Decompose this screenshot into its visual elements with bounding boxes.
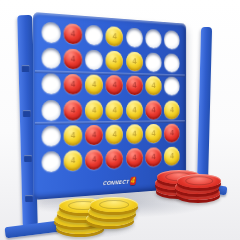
hole: 4 [145, 124, 161, 143]
hole: 4 [85, 150, 103, 171]
red-disc: 4 [64, 100, 83, 120]
yellow-disc: 4 [85, 100, 103, 120]
cell-r3c1 [40, 71, 62, 97]
red-disc: 4 [164, 124, 180, 143]
hole: 4 [64, 48, 83, 69]
cell-r1c1 [40, 18, 62, 45]
cell-r2c3 [84, 47, 105, 73]
cell-r3c5: 4 [125, 73, 144, 98]
hole: 4 [106, 149, 123, 169]
cell-r5c3: 4 [84, 122, 105, 148]
empty-hole [41, 100, 60, 121]
hole: 4 [145, 100, 161, 119]
connect-four-logo: CONNECT 4 [102, 177, 136, 188]
cell-r2c6 [144, 50, 163, 74]
hole: 4 [85, 75, 103, 95]
hole: 4 [126, 51, 143, 71]
hole: 4 [85, 100, 103, 120]
red-disc: 4 [145, 147, 161, 167]
empty-hole [164, 53, 180, 72]
board-grid: 4444444444444444444444444444 [40, 18, 181, 175]
hole: 4 [126, 76, 143, 96]
red-disc: 4 [106, 149, 123, 169]
hole: 4 [106, 125, 123, 145]
red-disc: 4 [126, 148, 143, 168]
product-photo-connect-four: 4444444444444444444444444444 CONNECT 4 [0, 0, 240, 240]
cell-r4c1 [40, 97, 62, 123]
cell-r3c4: 4 [105, 73, 125, 98]
cell-r2c5: 4 [125, 49, 144, 74]
hole: 4 [145, 147, 161, 167]
red-disc: 4 [64, 23, 83, 44]
empty-hole [41, 21, 60, 43]
cell-r2c2: 4 [62, 46, 84, 72]
hole: 4 [126, 124, 143, 144]
cell-r2c4: 4 [105, 48, 125, 73]
yellow-disc: 4 [106, 50, 123, 70]
cell-r1c2: 4 [62, 20, 84, 47]
cell-r6c3: 4 [84, 147, 105, 173]
cell-r6c1 [40, 149, 62, 176]
cell-r4c2: 4 [62, 97, 84, 123]
empty-hole [85, 49, 103, 70]
yellow-disc: 4 [106, 125, 123, 145]
cell-r1c7 [163, 27, 181, 51]
cell-r6c6: 4 [144, 145, 163, 170]
yellow-disc: 4 [106, 26, 123, 47]
cell-r6c7: 4 [163, 144, 181, 168]
yellow-tray-disc [90, 197, 138, 212]
cell-r4c7: 4 [163, 98, 181, 122]
red-disc: 4 [126, 76, 143, 96]
empty-hole [85, 24, 103, 45]
yellow-disc: 4 [64, 125, 83, 146]
cell-r4c6: 4 [144, 98, 163, 122]
red-disc: 4 [145, 100, 161, 119]
yellow-disc: 4 [106, 100, 123, 120]
hole: 4 [64, 125, 83, 146]
disc-emboss-ring [99, 200, 129, 210]
hole: 4 [106, 26, 123, 47]
leg-notch [24, 155, 32, 162]
yellow-disc: 4 [64, 150, 83, 171]
cell-r2c7 [163, 51, 181, 75]
cell-r5c5: 4 [125, 122, 144, 147]
empty-hole [41, 126, 60, 147]
yellow-disc: 4 [145, 124, 161, 143]
cell-r1c5 [125, 25, 144, 50]
cell-r3c7 [163, 74, 181, 98]
cell-r5c4: 4 [105, 122, 125, 147]
cell-r1c4: 4 [105, 23, 125, 49]
cell-r4c4: 4 [105, 98, 125, 123]
cell-r3c6: 4 [144, 74, 163, 98]
leg-notch [23, 110, 31, 117]
empty-hole [145, 28, 161, 48]
right-leg-post [197, 27, 212, 187]
hole: 4 [164, 147, 180, 166]
empty-hole [126, 27, 143, 47]
hole: 4 [64, 150, 83, 171]
red-disc: 4 [64, 74, 83, 95]
cell-r6c5: 4 [125, 146, 144, 171]
empty-hole [41, 74, 60, 95]
hole: 4 [145, 76, 161, 95]
cell-r6c2: 4 [62, 148, 84, 174]
hole: 4 [106, 75, 123, 95]
red-tray-disc [177, 174, 221, 188]
hole: 4 [164, 100, 180, 119]
disc-emboss-ring [185, 176, 213, 185]
yellow-disc: 4 [126, 51, 143, 71]
cell-r3c3: 4 [84, 72, 105, 97]
cell-r4c3: 4 [84, 97, 105, 122]
yellow-disc: 4 [164, 100, 180, 119]
left-leg-foot [5, 221, 60, 238]
empty-hole [164, 77, 180, 96]
hole: 4 [164, 124, 180, 143]
red-disc: 4 [64, 48, 83, 69]
cell-r5c6: 4 [144, 121, 163, 145]
cell-r6c4: 4 [105, 146, 125, 172]
hole: 4 [64, 100, 83, 120]
yellow-disc: 4 [164, 147, 180, 166]
yellow-disc: 4 [85, 75, 103, 95]
hole: 4 [64, 74, 83, 95]
hole: 4 [106, 50, 123, 70]
hole: 4 [64, 23, 83, 44]
hole: 4 [106, 100, 123, 120]
logo-four-text: 4 [129, 177, 136, 186]
yellow-disc: 4 [145, 76, 161, 95]
empty-hole [41, 151, 60, 173]
red-disc: 4 [85, 150, 103, 171]
cell-r5c1 [40, 123, 62, 150]
logo-connect-text: CONNECT [102, 178, 129, 185]
cell-r5c7: 4 [163, 121, 181, 145]
yellow-disc: 4 [126, 124, 143, 144]
cell-r1c3 [84, 22, 105, 48]
hole: 4 [126, 100, 143, 119]
cell-r2c1 [40, 45, 62, 72]
leg-notch [25, 195, 33, 202]
hole: 4 [126, 148, 143, 168]
cell-r5c2: 4 [62, 123, 84, 149]
empty-hole [164, 30, 180, 50]
cell-r1c6 [144, 26, 163, 51]
empty-hole [145, 52, 161, 72]
empty-hole [41, 47, 60, 68]
red-disc: 4 [85, 125, 103, 145]
red-disc: 4 [106, 75, 123, 95]
cell-r3c2: 4 [62, 71, 84, 97]
cell-r4c5: 4 [125, 98, 144, 122]
hole: 4 [85, 125, 103, 145]
yellow-disc: 4 [126, 100, 143, 119]
leg-notch [22, 65, 30, 72]
